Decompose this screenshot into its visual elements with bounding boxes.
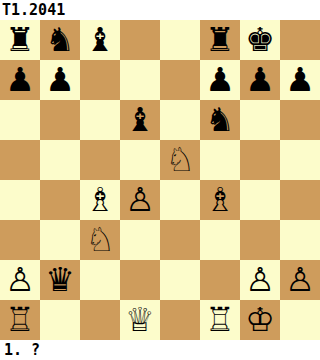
square-h2[interactable]: ♙ [280,260,320,300]
square-b7[interactable]: ♟ [40,60,80,100]
square-g8[interactable]: ♚ [240,20,280,60]
chess-board: ♜♞♝♜♚♟♟♟♟♟♝♞♘♗♙♗♘♙♛♙♙♖♕♖♔ [0,20,320,340]
square-c8[interactable]: ♝ [80,20,120,60]
square-h1[interactable] [280,300,320,340]
piece-black-pawn: ♟ [45,60,75,100]
piece-black-bishop: ♝ [85,20,115,60]
piece-white-rook: ♖ [5,300,35,340]
piece-white-pawn: ♙ [285,260,315,300]
square-f7[interactable]: ♟ [200,60,240,100]
square-c2[interactable] [80,260,120,300]
square-b1[interactable] [40,300,80,340]
square-c5[interactable] [80,140,120,180]
square-d5[interactable] [120,140,160,180]
square-g2[interactable]: ♙ [240,260,280,300]
square-d8[interactable] [120,20,160,60]
square-g1[interactable]: ♔ [240,300,280,340]
square-f2[interactable] [200,260,240,300]
square-b8[interactable]: ♞ [40,20,80,60]
square-g4[interactable] [240,180,280,220]
square-c6[interactable] [80,100,120,140]
square-b6[interactable] [40,100,80,140]
square-d2[interactable] [120,260,160,300]
square-f4[interactable]: ♗ [200,180,240,220]
square-a1[interactable]: ♖ [0,300,40,340]
piece-black-bishop: ♝ [125,100,155,140]
piece-white-pawn: ♙ [245,260,275,300]
square-c4[interactable]: ♗ [80,180,120,220]
square-e6[interactable] [160,100,200,140]
square-c3[interactable]: ♘ [80,220,120,260]
piece-white-knight: ♘ [165,140,195,180]
square-g3[interactable] [240,220,280,260]
piece-black-king: ♚ [245,20,275,60]
piece-white-queen: ♕ [125,300,155,340]
square-b5[interactable] [40,140,80,180]
square-f3[interactable] [200,220,240,260]
square-a3[interactable] [0,220,40,260]
square-a8[interactable]: ♜ [0,20,40,60]
piece-black-knight: ♞ [205,100,235,140]
square-h8[interactable] [280,20,320,60]
square-g7[interactable]: ♟ [240,60,280,100]
square-a7[interactable]: ♟ [0,60,40,100]
square-b4[interactable] [40,180,80,220]
square-a6[interactable] [0,100,40,140]
square-h7[interactable]: ♟ [280,60,320,100]
square-g5[interactable] [240,140,280,180]
piece-white-bishop: ♗ [205,180,235,220]
piece-white-pawn: ♙ [5,260,35,300]
square-d7[interactable] [120,60,160,100]
square-f5[interactable] [200,140,240,180]
square-e1[interactable] [160,300,200,340]
piece-black-rook: ♜ [5,20,35,60]
square-d3[interactable] [120,220,160,260]
piece-black-rook: ♜ [205,20,235,60]
square-a4[interactable] [0,180,40,220]
square-h3[interactable] [280,220,320,260]
piece-white-king: ♔ [245,300,275,340]
square-b3[interactable] [40,220,80,260]
piece-black-pawn: ♟ [245,60,275,100]
piece-white-bishop: ♗ [85,180,115,220]
square-f1[interactable]: ♖ [200,300,240,340]
square-d4[interactable]: ♙ [120,180,160,220]
square-d1[interactable]: ♕ [120,300,160,340]
square-e8[interactable] [160,20,200,60]
piece-white-rook: ♖ [205,300,235,340]
square-g6[interactable] [240,100,280,140]
square-h6[interactable] [280,100,320,140]
square-a2[interactable]: ♙ [0,260,40,300]
square-d6[interactable]: ♝ [120,100,160,140]
square-f8[interactable]: ♜ [200,20,240,60]
piece-white-knight: ♘ [85,220,115,260]
square-f6[interactable]: ♞ [200,100,240,140]
puzzle-title: T1.2041 [0,0,320,20]
piece-black-knight: ♞ [45,20,75,60]
square-e7[interactable] [160,60,200,100]
square-e2[interactable] [160,260,200,300]
square-h4[interactable] [280,180,320,220]
chess-puzzle-window: T1.2041 ♜♞♝♜♚♟♟♟♟♟♝♞♘♗♙♗♘♙♛♙♙♖♕♖♔ 1. ? [0,0,320,360]
move-prompt: 1. ? [0,340,320,360]
square-c1[interactable] [80,300,120,340]
square-e5[interactable]: ♘ [160,140,200,180]
square-e3[interactable] [160,220,200,260]
square-a5[interactable] [0,140,40,180]
square-b2[interactable]: ♛ [40,260,80,300]
square-c7[interactable] [80,60,120,100]
piece-white-pawn: ♙ [125,180,155,220]
square-h5[interactable] [280,140,320,180]
piece-black-pawn: ♟ [5,60,35,100]
square-e4[interactable] [160,180,200,220]
piece-black-pawn: ♟ [285,60,315,100]
piece-black-pawn: ♟ [205,60,235,100]
piece-black-queen: ♛ [45,260,75,300]
